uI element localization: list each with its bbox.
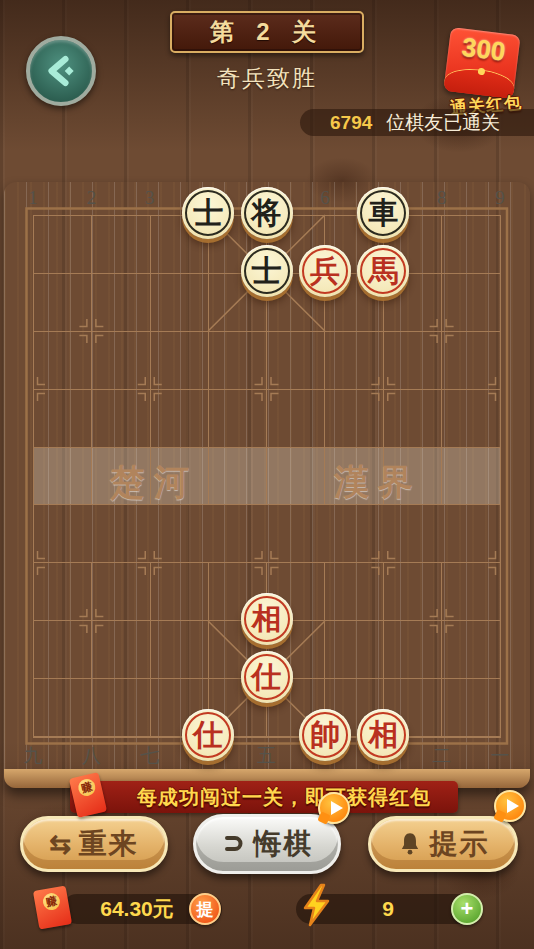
piece-red-兵[interactable]: 兵: [299, 245, 351, 297]
grid-cell: [267, 390, 325, 448]
grid-cell: [325, 505, 383, 563]
grid-cell: [442, 274, 500, 332]
grid-cell: [384, 332, 442, 390]
piece-ring: [244, 596, 290, 642]
money-amount: 64.30元: [100, 895, 174, 923]
grid-cell: [442, 621, 500, 679]
grid-cell: [92, 274, 150, 332]
grid-cell: [34, 679, 92, 737]
grid-cell: [442, 563, 500, 621]
restart-label: 重来: [78, 825, 138, 863]
grid-cell: [151, 563, 209, 621]
piece-red-帥[interactable]: 帥: [299, 709, 351, 761]
undo-button[interactable]: 悔棋: [193, 814, 341, 874]
grid-cell: [151, 390, 209, 448]
grid-cell: [92, 390, 150, 448]
piece-ring: [360, 190, 406, 236]
file-label-bottom-二: 二: [430, 743, 454, 769]
restart-button[interactable]: ⇆ 重来: [20, 816, 168, 872]
file-label-bottom-九: 九: [21, 743, 45, 769]
reward-envelope[interactable]: 300: [443, 27, 520, 99]
earn-coin-icon: 赚: [42, 892, 62, 912]
undo-label: 悔棋: [254, 825, 314, 863]
file-label-top-8: 8: [430, 187, 454, 209]
piece-ring: [360, 248, 406, 294]
grid-cell: [384, 563, 442, 621]
piece-ring: [244, 190, 290, 236]
promo-banner: 每成功闯过一关，即可获得红包: [70, 781, 458, 813]
file-label-bottom-一: 一: [488, 743, 512, 769]
file-label-top-2: 2: [79, 187, 103, 209]
grid-cell: [325, 621, 383, 679]
piece-black-士[interactable]: 士: [241, 245, 293, 297]
grid-cell: [267, 505, 325, 563]
piece-red-仕[interactable]: 仕: [182, 709, 234, 761]
grid-cell: [384, 390, 442, 448]
file-label-bottom-七: 七: [138, 743, 162, 769]
piece-ring: [360, 712, 406, 758]
file-label-bottom-五: 五: [255, 743, 279, 769]
hint-video-ad-badge[interactable]: [494, 790, 526, 822]
piece-black-将[interactable]: 将: [241, 187, 293, 239]
grid-cell: [209, 332, 267, 390]
grid-cell: [325, 390, 383, 448]
restart-icon: ⇆: [50, 831, 72, 857]
piece-black-士[interactable]: 士: [182, 187, 234, 239]
grid-cell: [151, 332, 209, 390]
grid-cell: [92, 332, 150, 390]
hint-label: 提示: [430, 825, 490, 863]
piece-red-相[interactable]: 相: [357, 709, 409, 761]
grid-cell: [384, 621, 442, 679]
grid-cell: [34, 216, 92, 274]
file-numbers-bottom: 九八七六五四三二一: [0, 743, 534, 765]
grid-cell: [151, 274, 209, 332]
add-energy-button[interactable]: +: [451, 893, 483, 925]
grid-cell: [92, 563, 150, 621]
grid-cell: [34, 563, 92, 621]
piece-red-馬[interactable]: 馬: [357, 245, 409, 297]
grid-cell: [92, 216, 150, 274]
piece-ring: [244, 248, 290, 294]
grid-cell: [384, 505, 442, 563]
river-text-left: 楚河: [110, 459, 198, 506]
file-label-top-6: 6: [313, 187, 337, 209]
undo-icon: [221, 832, 247, 856]
grid-cell: [442, 448, 500, 506]
level-plaque: 第 2 关: [170, 11, 364, 53]
bell-icon: [397, 831, 423, 857]
promo-text: 每成功闯过一关，即可获得红包: [137, 784, 431, 811]
grid-cell: [442, 505, 500, 563]
grid-cell: [151, 621, 209, 679]
grid-cell: [151, 505, 209, 563]
passed-count: 6794: [330, 112, 372, 134]
passed-stats-bar: 6794 位棋友已通关: [300, 109, 534, 136]
grid-cell: [442, 332, 500, 390]
grid-cell: [267, 332, 325, 390]
grid-cell: [442, 390, 500, 448]
file-label-top-3: 3: [138, 187, 162, 209]
grid-cell: [325, 563, 383, 621]
piece-ring: [185, 712, 231, 758]
grid-cell: [325, 332, 383, 390]
xiangqi-level-screen: 第 2 关 奇兵致胜 300 通关红包 6794 位棋友已通关 12345678…: [0, 0, 534, 949]
piece-ring: [185, 190, 231, 236]
grid-cell: [34, 505, 92, 563]
hint-button[interactable]: 提示: [368, 816, 518, 872]
withdraw-button[interactable]: 提: [189, 893, 221, 925]
grid-cell: [34, 621, 92, 679]
reward-amount: 300: [447, 30, 520, 69]
piece-ring: [302, 712, 348, 758]
grid-cell: [92, 621, 150, 679]
grid-cell: [34, 274, 92, 332]
piece-black-車[interactable]: 車: [357, 187, 409, 239]
grid-cell: [209, 505, 267, 563]
file-label-top-9: 9: [488, 187, 512, 209]
file-label-top-1: 1: [21, 187, 45, 209]
grid-cell: [92, 505, 150, 563]
grid-cell: [34, 390, 92, 448]
grid-cell: [92, 679, 150, 737]
river-text-right: 漢界: [334, 459, 422, 506]
grid-cell: [209, 448, 267, 506]
piece-red-相[interactable]: 相: [241, 593, 293, 645]
passed-label: 位棋友已通关: [386, 110, 500, 136]
wallet-envelope-icon: 赚: [33, 885, 72, 929]
grid-cell: [267, 448, 325, 506]
level-title: 第 2 关: [210, 16, 325, 48]
piece-ring: [244, 654, 290, 700]
energy-count: 9: [382, 897, 394, 921]
file-label-bottom-八: 八: [79, 743, 103, 769]
undo-video-ad-badge[interactable]: [318, 792, 350, 824]
earn-coin-icon: 赚: [77, 777, 97, 797]
piece-ring: [302, 248, 348, 294]
lightning-icon: [297, 882, 335, 928]
grid-cell: [209, 390, 267, 448]
grid-cell: [442, 679, 500, 737]
grid-cell: [34, 448, 92, 506]
grid-cell: [34, 332, 92, 390]
piece-red-仕[interactable]: 仕: [241, 651, 293, 703]
grid-cell: [442, 216, 500, 274]
